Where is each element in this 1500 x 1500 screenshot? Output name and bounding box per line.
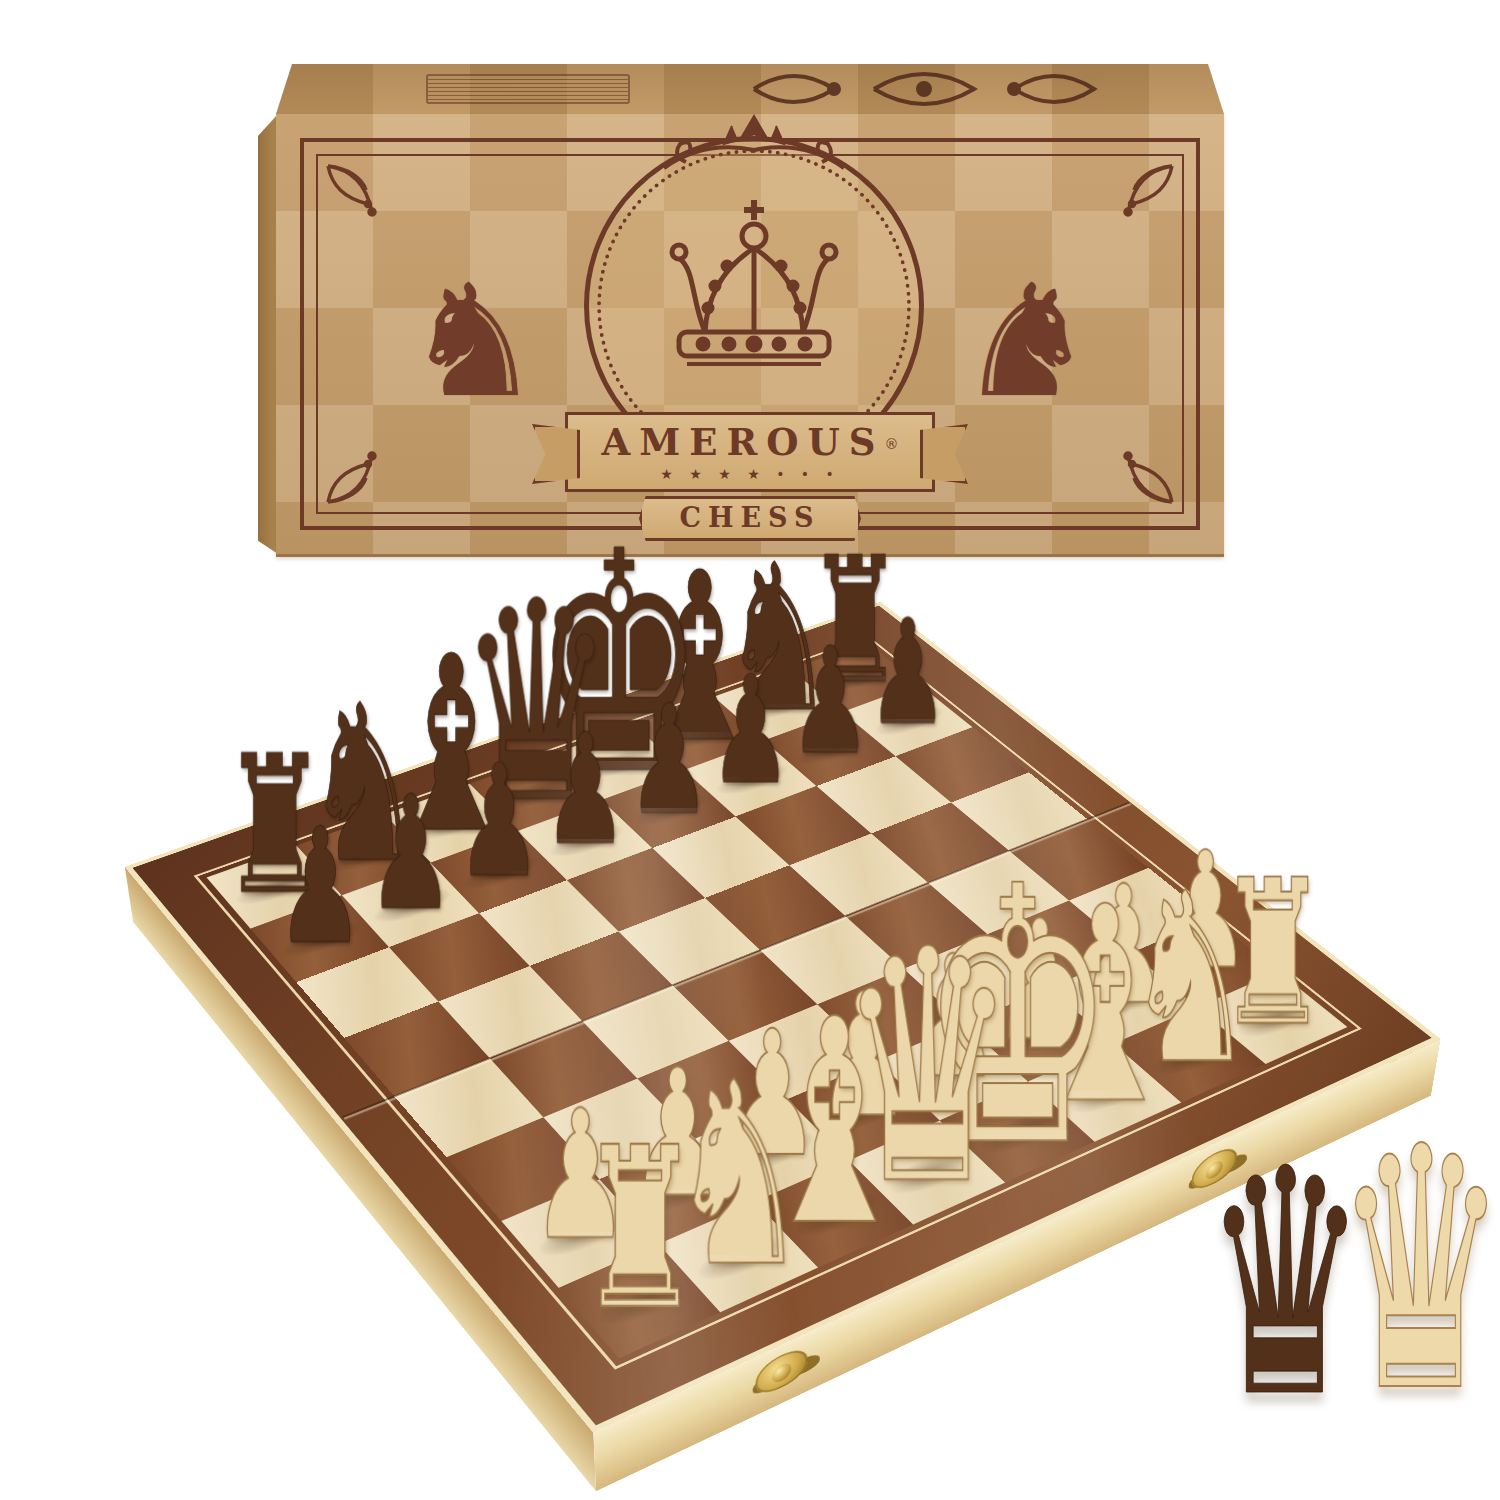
bonus-queen-light: ♛	[1334, 1104, 1462, 1438]
bonus-queen-dark: ♛	[1204, 1128, 1332, 1440]
board-grid: ♜♞♝♛♚♝♞♜♟♟♟♟♟♟♟♟♟♟♟♟♟♟♟♟♜♞♝♛♚♝♞♜	[207, 642, 1348, 1358]
product-photo: ♞ ♞	[0, 0, 1500, 1500]
